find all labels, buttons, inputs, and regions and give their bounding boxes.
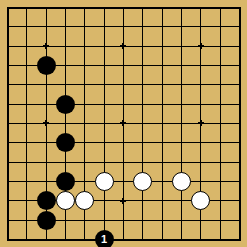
hoshi-cell [191, 37, 210, 56]
white-stone [172, 172, 191, 191]
intersection [133, 172, 152, 191]
black-stone [37, 211, 56, 230]
hoshi-point [198, 120, 204, 126]
intersection: 1 [94, 230, 113, 247]
intersection [172, 172, 191, 191]
hoshi-cell [114, 114, 133, 133]
move-number-label: 1 [101, 233, 107, 244]
intersection [191, 191, 210, 210]
hoshi-point [120, 43, 126, 49]
black-stone [37, 191, 56, 210]
white-stone [191, 191, 210, 210]
hoshi-point [198, 43, 204, 49]
go-board-diagram: 1 [0, 0, 247, 247]
intersection [37, 210, 56, 229]
intersection [37, 56, 56, 75]
black-stone [56, 95, 75, 114]
white-stone [75, 191, 94, 210]
hoshi-cell [114, 37, 133, 56]
hoshi-point [43, 43, 49, 49]
intersection [56, 133, 75, 152]
black-stone [37, 56, 56, 75]
intersection [56, 191, 75, 210]
white-stone [56, 191, 75, 210]
intersection [56, 172, 75, 191]
white-stone [133, 172, 152, 191]
hoshi-cell [37, 37, 56, 56]
intersection [75, 191, 94, 210]
move-1-black-stone: 1 [95, 230, 114, 247]
black-stone [56, 172, 75, 191]
intersection [37, 191, 56, 210]
hoshi-cell [37, 114, 56, 133]
black-stone [56, 133, 75, 152]
intersection [56, 94, 75, 113]
hoshi-point [120, 198, 126, 204]
intersection [94, 172, 113, 191]
hoshi-point [43, 120, 49, 126]
hoshi-point [120, 120, 126, 126]
hoshi-cell [114, 191, 133, 210]
white-stone [95, 172, 114, 191]
hoshi-cell [191, 114, 210, 133]
board-grid: 1 [0, 0, 247, 247]
